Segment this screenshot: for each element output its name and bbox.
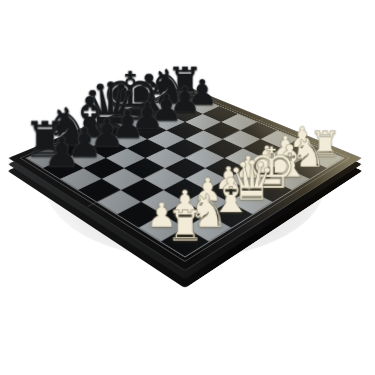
white-rook-glyph: ♜ bbox=[166, 205, 204, 247]
black-pawn-glyph: ♟ bbox=[44, 132, 81, 173]
chess-set-product-photo: ♜♞♟♝♟♚♟♛♟♝♟♞♟♟♜♟♟♜♟♟♞♟♝♟♚♟♛♟♝♟♞♜ bbox=[0, 0, 375, 375]
chess-board: ♜♞♟♝♟♚♟♛♟♝♟♞♟♟♜♟♟♜♟♟♞♟♝♟♚♟♛♟♝♟♞♜ bbox=[8, 85, 362, 271]
